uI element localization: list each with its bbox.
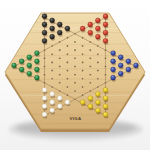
peg-red[interactable] — [88, 30, 93, 35]
hole[interactable] — [74, 65, 76, 67]
peg-blue[interactable] — [118, 63, 123, 68]
peg-yellow[interactable] — [103, 88, 108, 93]
peg-blue[interactable] — [126, 67, 131, 72]
peg-green[interactable] — [34, 75, 39, 80]
hole[interactable] — [97, 78, 99, 80]
peg-red[interactable] — [95, 26, 100, 31]
hole[interactable] — [66, 45, 68, 47]
hole[interactable] — [51, 70, 53, 72]
hole[interactable] — [59, 57, 61, 59]
hole[interactable] — [51, 86, 53, 88]
peg-white[interactable] — [57, 104, 62, 109]
hole[interactable] — [66, 94, 68, 96]
peg-green[interactable] — [34, 59, 39, 64]
hole[interactable] — [89, 90, 91, 92]
hole[interactable] — [43, 49, 45, 51]
hole[interactable] — [82, 70, 84, 72]
peg-green[interactable] — [27, 55, 32, 60]
hole[interactable] — [51, 78, 53, 80]
hole[interactable] — [82, 78, 84, 80]
peg-yellow[interactable] — [88, 96, 93, 101]
hole[interactable] — [89, 65, 91, 67]
hole[interactable] — [82, 94, 84, 96]
hole[interactable] — [97, 61, 99, 63]
hole[interactable] — [104, 82, 106, 84]
peg-white[interactable] — [42, 96, 47, 101]
peg-black[interactable] — [42, 14, 47, 19]
hole[interactable] — [66, 78, 68, 80]
hole[interactable] — [89, 82, 91, 84]
hole[interactable] — [66, 86, 68, 88]
peg-white[interactable] — [50, 100, 55, 105]
hole[interactable] — [59, 49, 61, 51]
peg-yellow[interactable] — [103, 112, 108, 117]
hole[interactable] — [66, 53, 68, 55]
peg-blue[interactable] — [111, 51, 116, 56]
peg-black[interactable] — [57, 30, 62, 35]
peg-white[interactable] — [50, 108, 55, 113]
peg-white[interactable] — [57, 96, 62, 101]
peg-blue[interactable] — [111, 67, 116, 72]
peg-green[interactable] — [27, 63, 32, 68]
hole[interactable] — [59, 82, 61, 84]
hole[interactable] — [51, 53, 53, 55]
hole[interactable] — [74, 33, 76, 35]
hole[interactable] — [43, 74, 45, 76]
peg-white[interactable] — [42, 112, 47, 117]
board-surface — [5, 13, 145, 129]
hole[interactable] — [82, 86, 84, 88]
peg-blue[interactable] — [111, 59, 116, 64]
peg-yellow[interactable] — [103, 96, 108, 101]
hole[interactable] — [74, 98, 76, 100]
hole[interactable] — [59, 90, 61, 92]
peg-green[interactable] — [12, 63, 17, 68]
hole[interactable] — [82, 53, 84, 55]
peg-red[interactable] — [103, 38, 108, 43]
brand-logo: VIGA — [69, 116, 81, 121]
hole[interactable] — [97, 70, 99, 72]
peg-green[interactable] — [34, 51, 39, 56]
hole[interactable] — [89, 74, 91, 76]
peg-green[interactable] — [34, 67, 39, 72]
hole[interactable] — [74, 82, 76, 84]
peg-green[interactable] — [27, 71, 32, 76]
peg-black[interactable] — [57, 22, 62, 27]
hole[interactable] — [74, 90, 76, 92]
peg-black[interactable] — [50, 18, 55, 23]
peg-white[interactable] — [65, 100, 70, 105]
hole[interactable] — [97, 86, 99, 88]
hole[interactable] — [43, 82, 45, 84]
peg-red[interactable] — [88, 22, 93, 27]
hole[interactable] — [51, 61, 53, 63]
hole[interactable] — [66, 70, 68, 72]
peg-red[interactable] — [103, 22, 108, 27]
peg-blue[interactable] — [118, 71, 123, 76]
hole[interactable] — [59, 41, 61, 43]
peg-black[interactable] — [50, 26, 55, 31]
peg-black[interactable] — [42, 22, 47, 27]
hole[interactable] — [97, 45, 99, 47]
hole[interactable] — [104, 65, 106, 67]
peg-black[interactable] — [65, 26, 70, 31]
hole[interactable] — [89, 57, 91, 59]
peg-red[interactable] — [103, 30, 108, 35]
peg-red[interactable] — [95, 18, 100, 23]
hole[interactable] — [82, 61, 84, 63]
peg-white[interactable] — [50, 92, 55, 97]
hole[interactable] — [74, 41, 76, 43]
peg-yellow[interactable] — [80, 100, 85, 105]
peg-blue[interactable] — [111, 75, 116, 80]
hole[interactable] — [89, 49, 91, 51]
hole[interactable] — [74, 57, 76, 59]
peg-yellow[interactable] — [103, 104, 108, 109]
peg-blue[interactable] — [126, 59, 131, 64]
peg-yellow[interactable] — [95, 108, 100, 113]
peg-white[interactable] — [42, 88, 47, 93]
hole[interactable] — [59, 74, 61, 76]
hole[interactable] — [59, 65, 61, 67]
hole[interactable] — [104, 49, 106, 51]
peg-red[interactable] — [103, 14, 108, 19]
peg-yellow[interactable] — [95, 100, 100, 105]
hole[interactable] — [89, 41, 91, 43]
peg-blue[interactable] — [118, 55, 123, 60]
peg-white[interactable] — [42, 104, 47, 109]
peg-yellow[interactable] — [95, 92, 100, 97]
hole[interactable] — [66, 61, 68, 63]
hole[interactable] — [104, 74, 106, 76]
peg-black[interactable] — [42, 38, 47, 43]
peg-blue[interactable] — [134, 63, 139, 68]
peg-yellow[interactable] — [88, 104, 93, 109]
peg-red[interactable] — [95, 34, 100, 39]
hole[interactable] — [74, 74, 76, 76]
hole[interactable] — [66, 37, 68, 39]
hole[interactable] — [82, 45, 84, 47]
hole[interactable] — [43, 57, 45, 59]
hole[interactable] — [74, 49, 76, 51]
hole[interactable] — [82, 37, 84, 39]
chinese-checkers-board: VIGA — [0, 0, 150, 150]
peg-black[interactable] — [42, 30, 47, 35]
hole[interactable] — [97, 53, 99, 55]
product-photo: VIGA — [0, 0, 150, 150]
peg-black[interactable] — [50, 34, 55, 39]
hole[interactable] — [51, 45, 53, 47]
hole[interactable] — [104, 57, 106, 59]
peg-green[interactable] — [19, 67, 24, 72]
peg-red[interactable] — [80, 26, 85, 31]
peg-green[interactable] — [19, 59, 24, 64]
hole[interactable] — [43, 65, 45, 67]
